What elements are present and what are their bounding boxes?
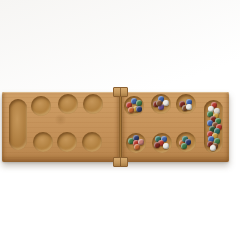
seed-bead-white bbox=[186, 104, 192, 110]
pit-left-top-3[interactable] bbox=[83, 94, 103, 114]
left-store bbox=[9, 99, 27, 150]
pit-left-bottom-2[interactable] bbox=[57, 132, 77, 152]
seed-bead-green bbox=[181, 143, 187, 149]
pit-left-top-1[interactable] bbox=[31, 96, 51, 116]
hinge-top-icon bbox=[113, 87, 128, 97]
pit-left-bottom-3[interactable] bbox=[82, 132, 102, 152]
seed-bead-darkblue bbox=[136, 106, 142, 112]
seed-bead-orange bbox=[128, 107, 134, 113]
seed-bead-darkred bbox=[154, 142, 160, 148]
seed-bead-brown bbox=[156, 100, 162, 106]
photo-background bbox=[0, 0, 240, 240]
mancala-board bbox=[2, 92, 229, 162]
pit-left-bottom-1[interactable] bbox=[33, 132, 53, 152]
engraved-logo bbox=[54, 114, 67, 125]
seed-bead-orange bbox=[134, 144, 140, 150]
seed-bead-white bbox=[163, 143, 169, 149]
hinge-bottom-icon bbox=[113, 157, 128, 167]
fold-seam bbox=[119, 92, 122, 162]
pit-left-top-2[interactable] bbox=[58, 94, 78, 114]
seed-bead-white bbox=[163, 100, 169, 106]
seed-bead-white bbox=[210, 145, 216, 151]
